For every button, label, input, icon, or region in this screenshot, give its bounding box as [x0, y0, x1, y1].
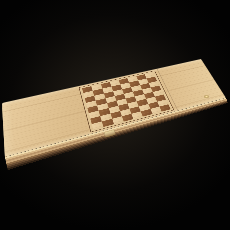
board-square: [159, 104, 170, 111]
hinge-glint: [204, 95, 209, 98]
brass-latch: [104, 130, 116, 138]
product-photo-scene: [0, 0, 230, 230]
